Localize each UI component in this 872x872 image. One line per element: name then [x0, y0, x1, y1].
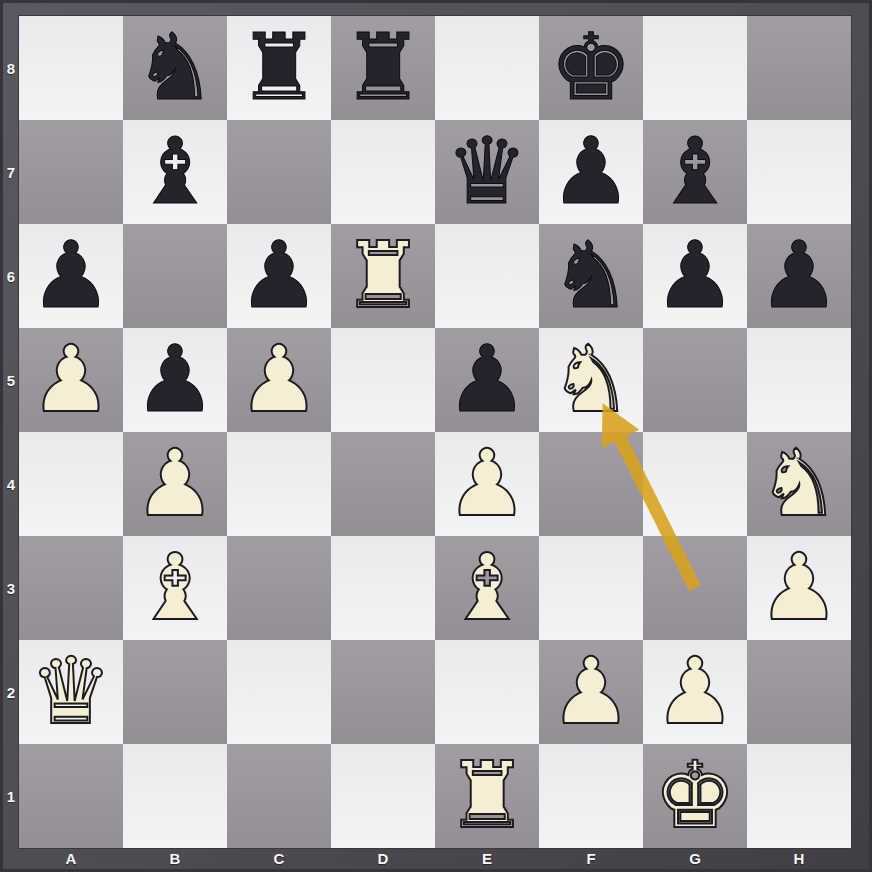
file-label-d: D: [331, 848, 435, 869]
square-f4[interactable]: [539, 432, 643, 536]
square-h5[interactable]: [747, 328, 851, 432]
square-g5[interactable]: [643, 328, 747, 432]
file-label-a: A: [19, 848, 123, 869]
square-f5[interactable]: ♞: [539, 328, 643, 432]
square-g8[interactable]: [643, 16, 747, 120]
square-a4[interactable]: [19, 432, 123, 536]
square-f1[interactable]: [539, 744, 643, 848]
file-label-g: G: [643, 848, 747, 869]
piece-black-rook-c8[interactable]: ♜: [238, 16, 320, 120]
square-c5[interactable]: ♟: [227, 328, 331, 432]
square-f2[interactable]: ♟: [539, 640, 643, 744]
piece-white-queen-a2[interactable]: ♛: [30, 640, 112, 744]
square-h2[interactable]: [747, 640, 851, 744]
rank-label-1: 1: [3, 744, 19, 848]
board-frame: ♞♜♜♚♝♛♟♝♟♟♜♞♟♟♟♟♟♟♞♟♟♞♝♝♟♛♟♟♜♚ 87654321 …: [0, 0, 872, 872]
square-f7[interactable]: ♟: [539, 120, 643, 224]
square-a3[interactable]: [19, 536, 123, 640]
piece-black-bishop-g7[interactable]: ♝: [654, 120, 736, 224]
square-e8[interactable]: [435, 16, 539, 120]
square-b4[interactable]: ♟: [123, 432, 227, 536]
square-d8[interactable]: ♜: [331, 16, 435, 120]
piece-white-knight-h4[interactable]: ♞: [758, 432, 840, 536]
piece-white-king-g1[interactable]: ♚: [654, 744, 736, 848]
square-e2[interactable]: [435, 640, 539, 744]
piece-white-pawn-b4[interactable]: ♟: [134, 432, 216, 536]
square-b2[interactable]: [123, 640, 227, 744]
square-a5[interactable]: ♟: [19, 328, 123, 432]
rank-label-7: 7: [3, 120, 19, 224]
piece-white-rook-e1[interactable]: ♜: [446, 744, 528, 848]
square-h4[interactable]: ♞: [747, 432, 851, 536]
piece-black-pawn-e5[interactable]: ♟: [446, 328, 528, 432]
square-g2[interactable]: ♟: [643, 640, 747, 744]
piece-white-bishop-b3[interactable]: ♝: [134, 536, 216, 640]
square-e4[interactable]: ♟: [435, 432, 539, 536]
square-d3[interactable]: [331, 536, 435, 640]
square-e7[interactable]: ♛: [435, 120, 539, 224]
square-a1[interactable]: [19, 744, 123, 848]
board: ♞♜♜♚♝♛♟♝♟♟♜♞♟♟♟♟♟♟♞♟♟♞♝♝♟♛♟♟♜♚: [19, 16, 851, 848]
square-h7[interactable]: [747, 120, 851, 224]
square-d1[interactable]: [331, 744, 435, 848]
square-a8[interactable]: [19, 16, 123, 120]
square-b5[interactable]: ♟: [123, 328, 227, 432]
piece-black-rook-d8[interactable]: ♜: [342, 16, 424, 120]
square-a2[interactable]: ♛: [19, 640, 123, 744]
square-g6[interactable]: ♟: [643, 224, 747, 328]
square-g1[interactable]: ♚: [643, 744, 747, 848]
piece-white-pawn-a5[interactable]: ♟: [30, 328, 112, 432]
piece-black-pawn-f7[interactable]: ♟: [550, 120, 632, 224]
piece-black-pawn-g6[interactable]: ♟: [654, 224, 736, 328]
square-g4[interactable]: [643, 432, 747, 536]
square-b8[interactable]: ♞: [123, 16, 227, 120]
square-d2[interactable]: [331, 640, 435, 744]
square-e1[interactable]: ♜: [435, 744, 539, 848]
rank-label-8: 8: [3, 16, 19, 120]
piece-white-pawn-c5[interactable]: ♟: [238, 328, 320, 432]
piece-black-knight-f6[interactable]: ♞: [550, 224, 632, 328]
square-d4[interactable]: [331, 432, 435, 536]
rank-label-3: 3: [3, 536, 19, 640]
file-label-f: F: [539, 848, 643, 869]
square-g3[interactable]: [643, 536, 747, 640]
square-e3[interactable]: ♝: [435, 536, 539, 640]
square-b1[interactable]: [123, 744, 227, 848]
rank-label-6: 6: [3, 224, 19, 328]
square-c6[interactable]: ♟: [227, 224, 331, 328]
square-c4[interactable]: [227, 432, 331, 536]
file-label-b: B: [123, 848, 227, 869]
piece-black-knight-b8[interactable]: ♞: [134, 16, 216, 120]
square-c2[interactable]: [227, 640, 331, 744]
square-c8[interactable]: ♜: [227, 16, 331, 120]
square-h1[interactable]: [747, 744, 851, 848]
square-d6[interactable]: ♜: [331, 224, 435, 328]
rank-label-2: 2: [3, 640, 19, 744]
file-label-c: C: [227, 848, 331, 869]
piece-black-pawn-c6[interactable]: ♟: [238, 224, 320, 328]
square-f6[interactable]: ♞: [539, 224, 643, 328]
piece-black-pawn-b5[interactable]: ♟: [134, 328, 216, 432]
square-a7[interactable]: [19, 120, 123, 224]
piece-black-bishop-b7[interactable]: ♝: [134, 120, 216, 224]
piece-white-pawn-f2[interactable]: ♟: [550, 640, 632, 744]
square-e5[interactable]: ♟: [435, 328, 539, 432]
square-g7[interactable]: ♝: [643, 120, 747, 224]
piece-black-pawn-a6[interactable]: ♟: [30, 224, 112, 328]
square-d7[interactable]: [331, 120, 435, 224]
square-a6[interactable]: ♟: [19, 224, 123, 328]
piece-white-pawn-g2[interactable]: ♟: [654, 640, 736, 744]
piece-white-pawn-h3[interactable]: ♟: [758, 536, 840, 640]
square-b7[interactable]: ♝: [123, 120, 227, 224]
piece-black-queen-e7[interactable]: ♛: [446, 120, 528, 224]
piece-white-rook-d6[interactable]: ♜: [342, 224, 424, 328]
piece-white-bishop-e3[interactable]: ♝: [446, 536, 528, 640]
square-h3[interactable]: ♟: [747, 536, 851, 640]
square-b3[interactable]: ♝: [123, 536, 227, 640]
rank-label-5: 5: [3, 328, 19, 432]
piece-white-pawn-e4[interactable]: ♟: [446, 432, 528, 536]
square-f8[interactable]: ♚: [539, 16, 643, 120]
piece-black-king-f8[interactable]: ♚: [550, 16, 632, 120]
square-c3[interactable]: [227, 536, 331, 640]
square-d5[interactable]: [331, 328, 435, 432]
square-f3[interactable]: [539, 536, 643, 640]
square-c7[interactable]: [227, 120, 331, 224]
square-e6[interactable]: [435, 224, 539, 328]
file-label-e: E: [435, 848, 539, 869]
rank-label-4: 4: [3, 432, 19, 536]
piece-black-pawn-h6[interactable]: ♟: [758, 224, 840, 328]
square-h6[interactable]: ♟: [747, 224, 851, 328]
square-h8[interactable]: [747, 16, 851, 120]
square-c1[interactable]: [227, 744, 331, 848]
file-label-h: H: [747, 848, 851, 869]
square-b6[interactable]: [123, 224, 227, 328]
piece-white-knight-f5[interactable]: ♞: [550, 328, 632, 432]
